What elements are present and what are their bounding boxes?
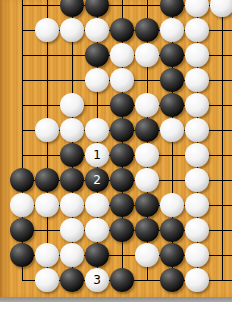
black-stone[interactable] — [160, 243, 184, 267]
white-stone[interactable] — [210, 0, 232, 17]
black-stone[interactable] — [160, 68, 184, 92]
white-stone[interactable] — [110, 43, 134, 67]
black-stone[interactable] — [85, 0, 109, 17]
white-stone[interactable] — [185, 243, 209, 267]
black-stone[interactable] — [110, 18, 134, 42]
white-stone[interactable] — [60, 118, 84, 142]
black-stone[interactable] — [135, 193, 159, 217]
white-stone[interactable] — [85, 193, 109, 217]
black-stone[interactable] — [60, 0, 84, 17]
white-stone[interactable] — [35, 243, 59, 267]
white-stone[interactable] — [60, 93, 84, 117]
black-stone[interactable] — [60, 268, 84, 292]
white-stone[interactable] — [35, 118, 59, 142]
black-stone-move-2[interactable]: 2 — [85, 168, 109, 192]
black-stone[interactable] — [110, 143, 134, 167]
black-stone[interactable] — [35, 168, 59, 192]
white-stone[interactable] — [35, 18, 59, 42]
move-number-label: 3 — [93, 274, 101, 286]
white-stone[interactable] — [185, 93, 209, 117]
white-stone[interactable] — [60, 243, 84, 267]
white-stone[interactable] — [135, 43, 159, 67]
black-stone[interactable] — [160, 218, 184, 242]
white-stone[interactable] — [135, 143, 159, 167]
white-stone[interactable] — [135, 243, 159, 267]
white-stone[interactable] — [185, 43, 209, 67]
white-stone-move-3[interactable]: 3 — [85, 268, 109, 292]
white-stone[interactable] — [185, 0, 209, 17]
black-stone[interactable] — [10, 218, 34, 242]
black-stone[interactable] — [85, 43, 109, 67]
move-number-label: 2 — [93, 174, 101, 186]
white-stone[interactable] — [160, 193, 184, 217]
black-stone[interactable] — [110, 93, 134, 117]
white-stone[interactable] — [160, 118, 184, 142]
black-stone[interactable] — [160, 43, 184, 67]
white-stone[interactable] — [185, 68, 209, 92]
black-stone[interactable] — [160, 0, 184, 17]
white-stone[interactable] — [35, 193, 59, 217]
black-stone[interactable] — [135, 118, 159, 142]
grid-line-vertical — [222, 0, 223, 281]
black-stone[interactable] — [135, 218, 159, 242]
black-stone[interactable] — [60, 143, 84, 167]
white-stone[interactable] — [135, 168, 159, 192]
black-stone[interactable] — [110, 268, 134, 292]
white-stone[interactable] — [185, 268, 209, 292]
white-stone[interactable] — [185, 168, 209, 192]
white-stone[interactable] — [85, 118, 109, 142]
black-stone[interactable] — [110, 193, 134, 217]
black-stone[interactable] — [110, 218, 134, 242]
board-bottom-shadow — [0, 297, 232, 302]
white-stone[interactable] — [60, 218, 84, 242]
go-diagram: 123 — [0, 0, 232, 310]
white-stone[interactable] — [160, 18, 184, 42]
black-stone[interactable] — [160, 268, 184, 292]
white-stone[interactable] — [110, 68, 134, 92]
black-stone[interactable] — [10, 243, 34, 267]
black-stone[interactable] — [110, 168, 134, 192]
white-stone[interactable] — [85, 218, 109, 242]
black-stone[interactable] — [160, 93, 184, 117]
white-stone[interactable] — [185, 118, 209, 142]
black-stone[interactable] — [60, 168, 84, 192]
white-stone[interactable] — [35, 268, 59, 292]
black-stone[interactable] — [135, 18, 159, 42]
white-stone[interactable] — [185, 218, 209, 242]
white-stone[interactable] — [85, 68, 109, 92]
white-stone[interactable] — [185, 193, 209, 217]
white-stone-move-1[interactable]: 1 — [85, 143, 109, 167]
black-stone[interactable] — [10, 168, 34, 192]
go-board[interactable]: 123 — [0, 0, 232, 297]
black-stone[interactable] — [110, 118, 134, 142]
white-stone[interactable] — [185, 143, 209, 167]
black-stone[interactable] — [85, 243, 109, 267]
white-stone[interactable] — [185, 18, 209, 42]
white-stone[interactable] — [85, 18, 109, 42]
white-stone[interactable] — [60, 18, 84, 42]
white-stone[interactable] — [10, 193, 34, 217]
white-stone[interactable] — [60, 193, 84, 217]
move-number-label: 1 — [93, 149, 101, 161]
white-stone[interactable] — [135, 93, 159, 117]
